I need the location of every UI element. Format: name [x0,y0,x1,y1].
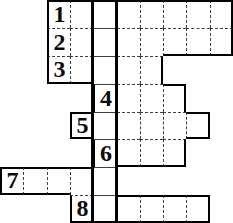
cell-r4c3[interactable]: 5 [70,112,93,139]
cell-r6c3[interactable] [70,167,93,195]
cell-r1c4[interactable] [93,28,117,56]
cell-r0c5[interactable] [117,0,140,28]
cell-r7c5[interactable] [117,195,140,223]
cell-r4c7[interactable] [163,112,186,139]
cell-r5c6[interactable] [140,139,163,167]
cell-r4c8[interactable] [186,112,210,139]
cell-r6c0[interactable]: 7 [0,167,23,195]
cell-r7c7[interactable] [163,195,186,223]
cell-r6c4[interactable] [93,167,117,195]
crossword-grid: 12345678 [0,0,233,223]
cell-r7c8[interactable] [186,195,210,223]
cell-r2c3[interactable] [70,56,93,84]
cell-r1c9[interactable] [210,28,233,56]
clue-number-5: 5 [77,113,89,139]
cell-r0c9[interactable] [210,0,233,28]
cell-r5c7[interactable] [163,139,186,167]
cell-r1c7[interactable] [163,28,186,56]
cell-r4c5[interactable] [117,112,140,139]
cell-r7c6[interactable] [140,195,163,223]
cell-r0c3[interactable] [70,0,93,28]
cell-r4c6[interactable] [140,112,163,139]
cell-r1c8[interactable] [186,28,210,56]
clue-number-2: 2 [54,30,66,56]
clue-number-4: 4 [100,86,112,112]
cell-r1c2[interactable]: 2 [47,28,70,56]
cell-r1c3[interactable] [70,28,93,56]
clue-number-8: 8 [77,196,89,222]
cell-r0c8[interactable] [186,0,210,28]
cell-r3c5[interactable] [117,84,140,112]
cell-r3c7[interactable] [163,84,186,112]
cell-r2c5[interactable] [117,56,140,84]
cell-r6c2[interactable] [47,167,70,195]
cell-r4c4[interactable] [93,112,117,139]
cell-r2c4[interactable] [93,56,117,84]
cell-r1c6[interactable] [140,28,163,56]
clue-number-3: 3 [54,57,66,83]
cell-r0c6[interactable] [140,0,163,28]
cell-r5c5[interactable] [117,139,140,167]
cell-r0c2[interactable]: 1 [47,0,70,28]
cell-r0c4[interactable] [93,0,117,28]
cell-r2c6[interactable] [140,56,163,84]
cell-r6c1[interactable] [23,167,47,195]
cell-r3c6[interactable] [140,84,163,112]
cell-r0c7[interactable] [163,0,186,28]
cell-r5c4[interactable]: 6 [93,139,117,167]
clue-number-7: 7 [7,168,19,194]
cell-r7c4[interactable] [93,195,117,223]
cell-r1c5[interactable] [117,28,140,56]
clue-number-1: 1 [54,2,66,28]
clue-number-6: 6 [100,141,112,167]
cell-r7c3[interactable]: 8 [70,195,93,223]
cell-r3c4[interactable]: 4 [93,84,117,112]
cell-r2c2[interactable]: 3 [47,56,70,84]
